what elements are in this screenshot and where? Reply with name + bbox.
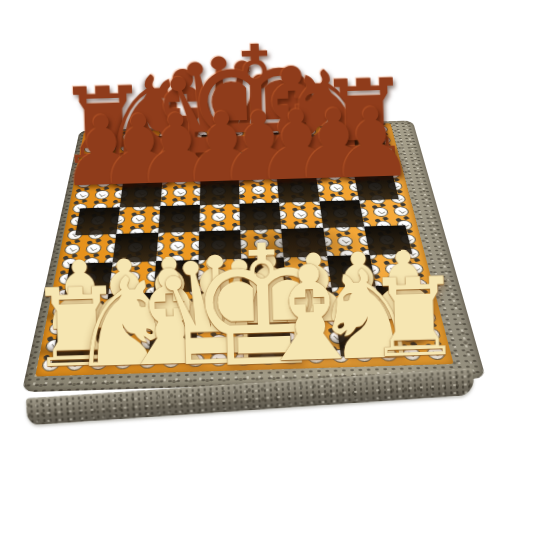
board-tilt-wrapper: ♜♞♝♛♚♝♞♜♟♟♟♟♟♟♟♟♟♟♟♟♟♟♟♟♜♞♝♛♚♝♞♜ [0, 0, 533, 533]
chess-set-photo: ♜♞♝♛♚♝♞♜♟♟♟♟♟♟♟♟♟♟♟♟♟♟♟♟♜♞♝♛♚♝♞♜ [0, 0, 533, 533]
piece-black-pawn-h7[interactable]: ♟ [327, 95, 416, 193]
piece-white-rook-h1[interactable]: ♜ [364, 263, 464, 374]
pieces-layer: ♜♞♝♛♚♝♞♜♟♟♟♟♟♟♟♟♟♟♟♟♟♟♟♟♜♞♝♛♚♝♞♜ [0, 0, 533, 533]
